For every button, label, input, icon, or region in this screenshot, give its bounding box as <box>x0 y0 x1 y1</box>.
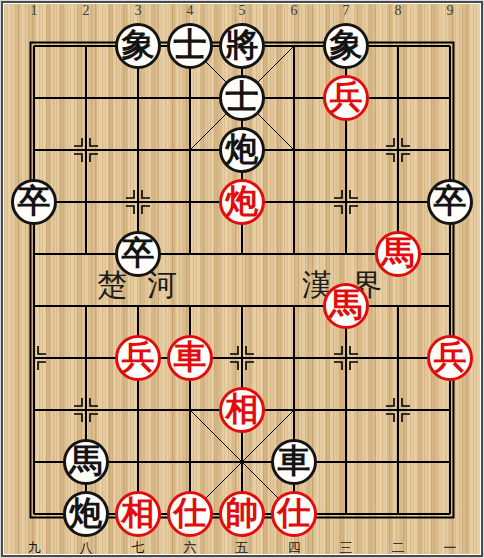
piece-black-7-0[interactable]: 象 <box>323 23 369 69</box>
piece-red-7-5[interactable]: 馬 <box>323 283 369 329</box>
piece-black-3-0[interactable]: 象 <box>115 23 161 69</box>
file-label-top-2: 2 <box>60 3 112 19</box>
piece-black-2-8[interactable]: 馬 <box>63 439 109 485</box>
piece-black-5-0[interactable]: 將 <box>219 23 265 69</box>
file-label-top-4: 4 <box>164 3 216 19</box>
piece-red-5-7[interactable]: 相 <box>219 387 265 433</box>
file-label-bottom-6: 四 <box>268 540 320 556</box>
piece-red-3-9[interactable]: 相 <box>115 491 161 537</box>
piece-black-5-2[interactable]: 炮 <box>219 127 265 173</box>
file-label-top-1: 1 <box>8 3 60 19</box>
piece-black-1-3[interactable]: 卒 <box>11 179 57 225</box>
piece-black-9-3[interactable]: 卒 <box>427 179 473 225</box>
piece-red-8-4[interactable]: 馬 <box>375 231 421 277</box>
file-label-bottom-9: 一 <box>424 540 476 556</box>
piece-black-2-9[interactable]: 炮 <box>63 491 109 537</box>
file-label-bottom-1: 九 <box>8 540 60 556</box>
file-label-bottom-3: 七 <box>112 540 164 556</box>
file-labels-top: 123456789 <box>8 3 476 19</box>
piece-black-4-0[interactable]: 士 <box>167 23 213 69</box>
file-labels-bottom: 九八七六五四三二一 <box>8 540 476 556</box>
piece-red-4-9[interactable]: 仕 <box>167 491 213 537</box>
file-label-top-8: 8 <box>372 3 424 19</box>
piece-red-9-6[interactable]: 兵 <box>427 335 473 381</box>
file-label-top-9: 9 <box>424 3 476 19</box>
piece-black-3-4[interactable]: 卒 <box>115 231 161 277</box>
file-label-bottom-2: 八 <box>60 540 112 556</box>
pieces-grid: 象士將象士兵炮卒炮卒卒馬馬兵車兵相馬車炮相仕帥仕 <box>8 20 476 540</box>
piece-red-5-9[interactable]: 帥 <box>219 491 265 537</box>
file-label-top-3: 3 <box>112 3 164 19</box>
piece-red-6-9[interactable]: 仕 <box>271 491 317 537</box>
piece-red-4-6[interactable]: 車 <box>167 335 213 381</box>
file-label-bottom-8: 二 <box>372 540 424 556</box>
file-label-bottom-5: 五 <box>216 540 268 556</box>
piece-red-7-1[interactable]: 兵 <box>323 75 369 121</box>
file-label-top-7: 7 <box>320 3 372 19</box>
file-label-top-5: 5 <box>216 3 268 19</box>
piece-black-5-1[interactable]: 士 <box>219 75 265 121</box>
file-label-bottom-7: 三 <box>320 540 372 556</box>
piece-black-6-8[interactable]: 車 <box>271 439 317 485</box>
piece-red-3-6[interactable]: 兵 <box>115 335 161 381</box>
xiangqi-board: 123456789 九八七六五四三二一 楚河 漢界 象士將象士兵炮卒炮卒卒馬馬兵… <box>0 0 484 558</box>
piece-red-5-3[interactable]: 炮 <box>219 179 265 225</box>
file-label-top-6: 6 <box>268 3 320 19</box>
file-label-bottom-4: 六 <box>164 540 216 556</box>
